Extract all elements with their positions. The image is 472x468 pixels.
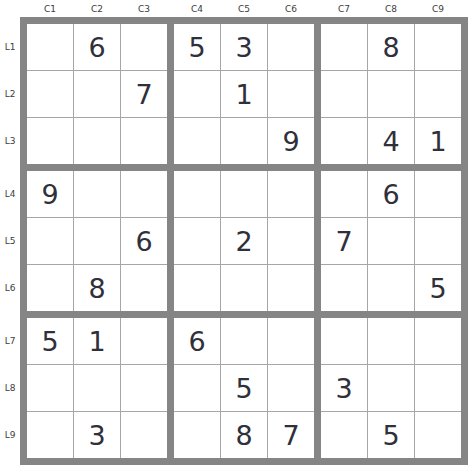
cell-L9C8[interactable]: 5 — [368, 412, 414, 458]
cell-L9C4[interactable] — [174, 412, 220, 458]
cell-L5C6[interactable] — [268, 218, 314, 264]
cell-L1C6[interactable] — [268, 24, 314, 70]
cell-L1C4[interactable]: 5 — [174, 24, 220, 70]
sudoku-board: 6753198419682675513658735 — [20, 17, 468, 465]
col-label-C4: C4 — [174, 4, 220, 14]
cell-L7C7[interactable] — [321, 318, 367, 364]
box-1: 67 — [27, 24, 167, 164]
cell-L3C4[interactable] — [174, 118, 220, 164]
cell-L9C5[interactable]: 8 — [221, 412, 267, 458]
cell-L6C2[interactable]: 8 — [74, 265, 120, 311]
cell-L6C9[interactable]: 5 — [415, 265, 461, 311]
box-7: 513 — [27, 318, 167, 458]
col-label-C3: C3 — [121, 4, 167, 14]
box-9: 35 — [321, 318, 461, 458]
col-label-C9: C9 — [415, 4, 461, 14]
cell-L2C9[interactable] — [415, 71, 461, 117]
cell-L1C2[interactable]: 6 — [74, 24, 120, 70]
cell-L8C1[interactable] — [27, 365, 73, 411]
cell-L2C8[interactable] — [368, 71, 414, 117]
box-2: 5319 — [174, 24, 314, 164]
cell-L8C9[interactable] — [415, 365, 461, 411]
cell-L2C1[interactable] — [27, 71, 73, 117]
cell-L8C8[interactable] — [368, 365, 414, 411]
col-label-C5: C5 — [221, 4, 267, 14]
box-5: 2 — [174, 171, 314, 311]
row-label-L9: L9 — [0, 412, 20, 458]
cell-L7C4[interactable]: 6 — [174, 318, 220, 364]
cell-L7C1[interactable]: 5 — [27, 318, 73, 364]
box-4: 968 — [27, 171, 167, 311]
col-label-C6: C6 — [268, 4, 314, 14]
cell-L7C3[interactable] — [121, 318, 167, 364]
cell-L4C5[interactable] — [221, 171, 267, 217]
cell-L4C4[interactable] — [174, 171, 220, 217]
cell-L4C3[interactable] — [121, 171, 167, 217]
cell-L7C2[interactable]: 1 — [74, 318, 120, 364]
row-label-L2: L2 — [0, 71, 20, 117]
box-3: 841 — [321, 24, 461, 164]
cell-L2C5[interactable]: 1 — [221, 71, 267, 117]
cell-L2C6[interactable] — [268, 71, 314, 117]
cell-L9C7[interactable] — [321, 412, 367, 458]
cell-L1C8[interactable]: 8 — [368, 24, 414, 70]
sudoku-page: C1C2C3C4C5C6C7C8C9 L1L2L3L4L5L6L7L8L9 67… — [0, 0, 472, 465]
cell-L1C3[interactable] — [121, 24, 167, 70]
cell-L4C2[interactable] — [74, 171, 120, 217]
cell-L5C4[interactable] — [174, 218, 220, 264]
cell-L4C9[interactable] — [415, 171, 461, 217]
cell-L6C6[interactable] — [268, 265, 314, 311]
cell-L3C1[interactable] — [27, 118, 73, 164]
cell-L8C7[interactable]: 3 — [321, 365, 367, 411]
cell-L8C6[interactable] — [268, 365, 314, 411]
cell-L6C7[interactable] — [321, 265, 367, 311]
cell-L3C2[interactable] — [74, 118, 120, 164]
cell-L2C2[interactable] — [74, 71, 120, 117]
col-label-C1: C1 — [27, 4, 73, 14]
cell-L2C4[interactable] — [174, 71, 220, 117]
box-6: 675 — [321, 171, 461, 311]
row-label-L4: L4 — [0, 171, 20, 217]
cell-L6C3[interactable] — [121, 265, 167, 311]
cell-L7C8[interactable] — [368, 318, 414, 364]
cell-L6C4[interactable] — [174, 265, 220, 311]
cell-L4C6[interactable] — [268, 171, 314, 217]
cell-L9C9[interactable] — [415, 412, 461, 458]
cell-L5C5[interactable]: 2 — [221, 218, 267, 264]
cell-L2C3[interactable]: 7 — [121, 71, 167, 117]
cell-L3C9[interactable]: 1 — [415, 118, 461, 164]
row-label-L5: L5 — [0, 218, 20, 264]
cell-L8C2[interactable] — [74, 365, 120, 411]
cell-L3C3[interactable] — [121, 118, 167, 164]
row-label-L7: L7 — [0, 318, 20, 364]
cell-L8C4[interactable] — [174, 365, 220, 411]
col-label-C8: C8 — [368, 4, 414, 14]
col-label-C2: C2 — [74, 4, 120, 14]
cell-L3C7[interactable] — [321, 118, 367, 164]
cell-L4C7[interactable] — [321, 171, 367, 217]
cell-L5C8[interactable] — [368, 218, 414, 264]
row-label-L3: L3 — [0, 118, 20, 164]
cell-L8C3[interactable] — [121, 365, 167, 411]
row-label-L8: L8 — [0, 365, 20, 411]
cell-L7C6[interactable] — [268, 318, 314, 364]
cell-L3C8[interactable]: 4 — [368, 118, 414, 164]
cell-L5C1[interactable] — [27, 218, 73, 264]
cell-L9C6[interactable]: 7 — [268, 412, 314, 458]
cell-L9C3[interactable] — [121, 412, 167, 458]
corner-spacer — [0, 0, 20, 17]
cell-L7C9[interactable] — [415, 318, 461, 364]
cell-L6C8[interactable] — [368, 265, 414, 311]
column-labels: C1C2C3C4C5C6C7C8C9 — [20, 0, 472, 17]
cell-L5C2[interactable] — [74, 218, 120, 264]
cell-L6C1[interactable] — [27, 265, 73, 311]
cell-L1C9[interactable] — [415, 24, 461, 70]
row-labels: L1L2L3L4L5L6L7L8L9 — [0, 17, 20, 465]
cell-L6C5[interactable] — [221, 265, 267, 311]
cell-L3C5[interactable] — [221, 118, 267, 164]
cell-L2C7[interactable] — [321, 71, 367, 117]
col-label-C7: C7 — [321, 4, 367, 14]
cell-L9C2[interactable]: 3 — [74, 412, 120, 458]
cell-L7C5[interactable] — [221, 318, 267, 364]
cell-L1C5[interactable]: 3 — [221, 24, 267, 70]
cell-L8C5[interactable]: 5 — [221, 365, 267, 411]
cell-L5C9[interactable] — [415, 218, 461, 264]
cell-L3C6[interactable]: 9 — [268, 118, 314, 164]
cell-L9C1[interactable] — [27, 412, 73, 458]
row-label-L1: L1 — [0, 24, 20, 70]
row-label-L6: L6 — [0, 265, 20, 311]
cell-L1C1[interactable] — [27, 24, 73, 70]
cell-L5C3[interactable]: 6 — [121, 218, 167, 264]
cell-L4C8[interactable]: 6 — [368, 171, 414, 217]
box-8: 6587 — [174, 318, 314, 458]
cell-L1C7[interactable] — [321, 24, 367, 70]
cell-L4C1[interactable]: 9 — [27, 171, 73, 217]
cell-L5C7[interactable]: 7 — [321, 218, 367, 264]
